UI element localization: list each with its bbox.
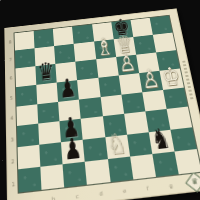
square-d1[interactable] (85, 159, 110, 184)
square-d5[interactable] (77, 77, 100, 99)
square-d6[interactable] (76, 59, 98, 80)
square-h4[interactable] (163, 87, 188, 109)
file-label-b: b (52, 195, 56, 200)
square-d4[interactable] (79, 97, 102, 119)
square-b4[interactable] (37, 101, 59, 124)
piece-white-knight[interactable]: ♘ (106, 128, 127, 159)
square-c2[interactable]: ♟ (61, 140, 85, 164)
square-h5[interactable]: ♔ (159, 68, 183, 89)
piece-black-pawn[interactable]: ♟ (58, 74, 77, 101)
vinyl-chess-mat: 87654321 abcdefgh ♚♗♕♛♙♟♙♔♟♟♘♞ ♛ (4, 8, 200, 200)
piece-black-queen[interactable]: ♛ (37, 58, 55, 84)
square-b5[interactable] (36, 82, 58, 104)
square-c5[interactable]: ♟ (57, 80, 79, 102)
square-h3[interactable] (167, 107, 193, 130)
rank-label-8: 8 (9, 39, 12, 44)
piece-black-pawn[interactable]: ♟ (63, 133, 83, 164)
square-e5[interactable] (98, 75, 121, 96)
file-label-f: f (146, 185, 149, 192)
square-a5[interactable] (16, 84, 37, 106)
square-a1[interactable] (18, 167, 41, 193)
square-b1[interactable] (40, 164, 64, 190)
square-a2[interactable] (18, 145, 41, 170)
mat-dust-speckles (5, 29, 6, 30)
rank-label-2: 2 (11, 158, 14, 165)
square-a4[interactable] (16, 104, 38, 127)
rank-label-6: 6 (9, 75, 12, 81)
maker-logo-icon: ♛ (185, 172, 200, 193)
square-b2[interactable] (39, 142, 62, 166)
rank-label-4: 4 (10, 115, 13, 121)
file-label-g: g (169, 182, 174, 189)
square-e2[interactable]: ♘ (105, 135, 130, 159)
board-grid: ♚♗♕♛♙♟♙♔♟♟♘♞ (14, 15, 200, 194)
file-label-d: d (99, 190, 103, 197)
square-h2[interactable] (170, 128, 196, 152)
rank-label-5: 5 (10, 95, 13, 101)
square-b3[interactable] (38, 122, 61, 145)
square-a6[interactable] (15, 66, 36, 87)
square-e4[interactable] (100, 94, 124, 116)
square-a3[interactable] (17, 124, 39, 148)
square-b6[interactable]: ♛ (36, 64, 57, 85)
photo-scene: 87654321 abcdefgh ♚♗♕♛♙♟♙♔♟♟♘♞ ♛ (0, 0, 200, 200)
maker-logo-glyph: ♛ (191, 178, 199, 187)
rank-label-3: 3 (11, 136, 14, 142)
file-label-e: e (123, 187, 127, 194)
square-e6[interactable] (96, 57, 119, 78)
square-c1[interactable] (63, 162, 87, 187)
square-e1[interactable] (107, 157, 132, 182)
square-d3[interactable] (81, 117, 105, 140)
square-d2[interactable] (83, 137, 107, 161)
file-label-c: c (76, 193, 80, 200)
piece-white-bishop[interactable]: ♗ (95, 34, 114, 59)
square-h1[interactable] (174, 149, 200, 174)
rank-label-7: 7 (9, 57, 12, 62)
rank-label-1: 1 (11, 181, 15, 188)
file-label-a: a (28, 198, 32, 200)
